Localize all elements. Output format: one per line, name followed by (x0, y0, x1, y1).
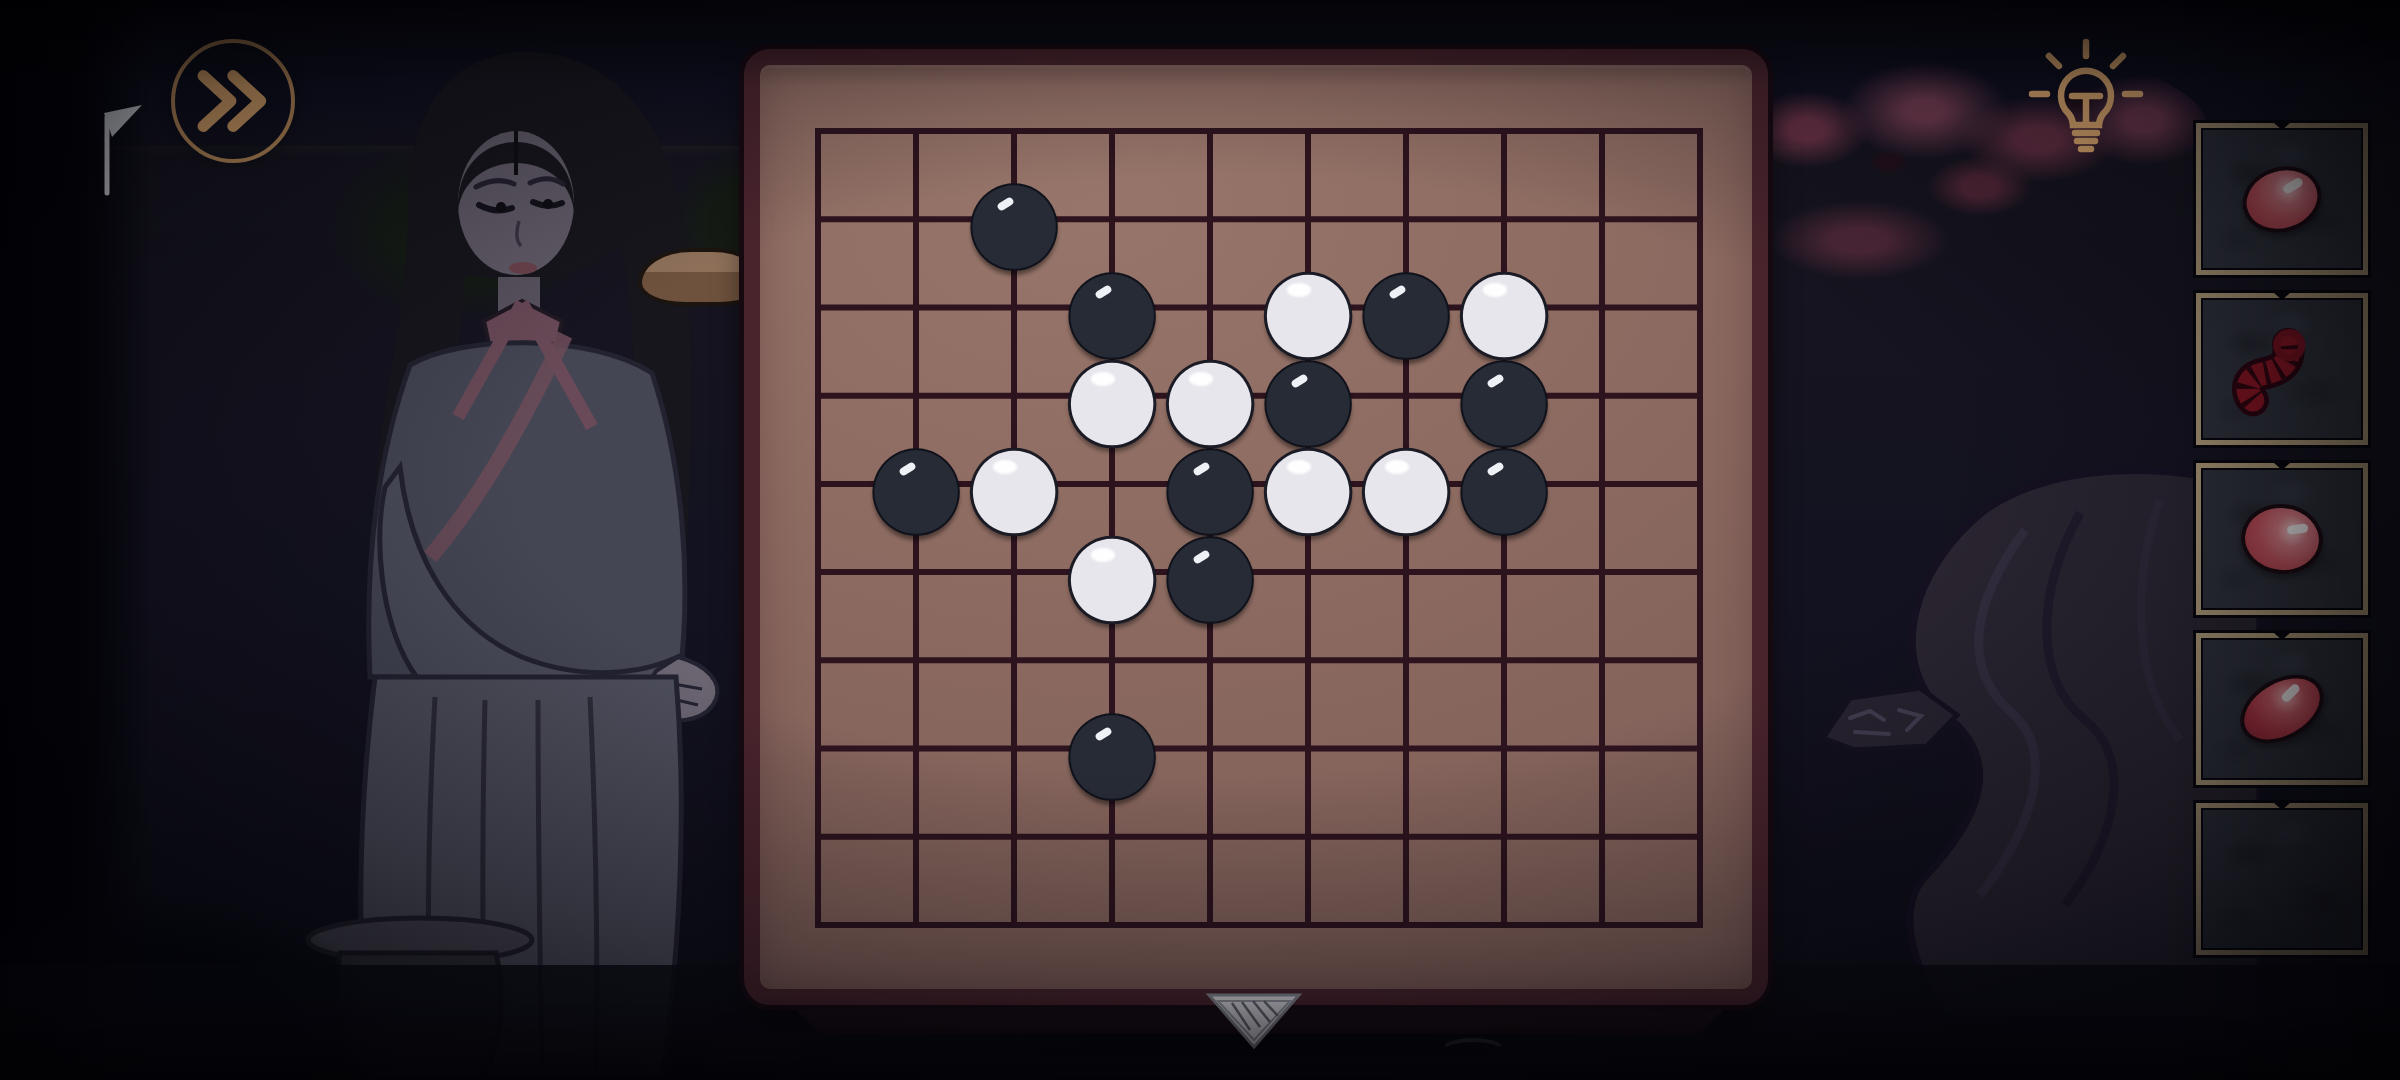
intersection-c3r9[interactable] (965, 793, 1063, 881)
black-stone[interactable]: ● (1063, 691, 1161, 803)
intersection-c10r3[interactable] (1651, 263, 1749, 351)
seated-woman[interactable] (260, 35, 800, 1080)
intersection-c2r5[interactable]: ● (867, 440, 965, 528)
double-chevron-right-icon (191, 65, 275, 137)
intersection-c7r3[interactable]: ● (1357, 263, 1455, 351)
intersection-c9r9[interactable] (1553, 793, 1651, 881)
intersection-c5r1[interactable] (1161, 87, 1259, 175)
intersection-c3r6[interactable] (965, 528, 1063, 616)
white-stone[interactable]: ● (1357, 426, 1455, 538)
intersection-c1r3[interactable] (769, 263, 867, 351)
intersection-c10r4[interactable] (1651, 352, 1749, 440)
intersection-c5r8[interactable] (1161, 705, 1259, 793)
intersection-c10r1[interactable] (1651, 87, 1749, 175)
intersection-c3r8[interactable] (965, 705, 1063, 793)
intersection-c6r1[interactable] (1259, 87, 1357, 175)
floor-bowl-rim (1440, 1038, 1506, 1064)
intersection-c2r7[interactable] (867, 616, 965, 704)
intersection-c10r8[interactable] (1651, 705, 1749, 793)
white-stone[interactable]: ● (1063, 338, 1161, 450)
intersection-c1r2[interactable] (769, 175, 867, 263)
lightbulb-hint-icon (2024, 34, 2148, 162)
black-stone[interactable]: ● (867, 426, 965, 538)
intersection-c1r6[interactable] (769, 528, 867, 616)
intersection-c7r1[interactable] (1357, 87, 1455, 175)
inscribed-rock[interactable] (1815, 680, 1965, 760)
intersection-c9r3[interactable] (1553, 263, 1651, 351)
black-stone[interactable]: ● (1161, 514, 1259, 626)
intersection-c4r8[interactable]: ● (1063, 705, 1161, 793)
intersection-c6r5[interactable]: ● (1259, 440, 1357, 528)
intersection-c1r7[interactable] (769, 616, 867, 704)
inventory-slot-2[interactable] (2196, 293, 2368, 445)
inventory-slot-4[interactable] (2196, 633, 2368, 785)
intersection-c8r9[interactable] (1455, 793, 1553, 881)
intersection-c1r8[interactable] (769, 705, 867, 793)
inventory (2196, 123, 2368, 955)
black-stone[interactable]: ● (1455, 426, 1553, 538)
intersection-c10r9[interactable] (1651, 793, 1749, 881)
inventory-slot-1[interactable] (2196, 123, 2368, 275)
white-flag-icon (100, 105, 160, 200)
intersection-c5r9[interactable] (1161, 793, 1259, 881)
intersection-c2r8[interactable] (867, 705, 965, 793)
intersection-c10r2[interactable] (1651, 175, 1749, 263)
intersection-c5r6[interactable]: ● (1161, 528, 1259, 616)
intersection-c7r7[interactable] (1357, 616, 1455, 704)
intersection-c1r10[interactable] (769, 881, 867, 969)
intersection-c10r5[interactable] (1651, 440, 1749, 528)
intersection-c1r9[interactable] (769, 793, 867, 881)
intersection-c6r8[interactable] (1259, 705, 1357, 793)
stone-grid: ●●●●●●●●●●●●●●●●●● (769, 87, 1749, 970)
inventory-slot-5[interactable] (2196, 803, 2368, 955)
white-stone[interactable]: ● (965, 426, 1063, 538)
intersection-c3r2[interactable]: ● (965, 175, 1063, 263)
intersection-c3r7[interactable] (965, 616, 1063, 704)
intersection-c9r1[interactable] (1553, 87, 1651, 175)
advance-down-triangle[interactable] (1204, 990, 1304, 1052)
intersection-c6r6[interactable] (1259, 528, 1357, 616)
black-stone[interactable]: ● (965, 161, 1063, 273)
hint-button[interactable] (2024, 34, 2148, 166)
intersection-c8r5[interactable]: ● (1455, 440, 1553, 528)
intersection-c7r6[interactable] (1357, 528, 1455, 616)
intersection-c4r6[interactable]: ● (1063, 528, 1161, 616)
red-stone-item[interactable] (2228, 661, 2336, 758)
intersection-c5r2[interactable] (1161, 175, 1259, 263)
white-stone[interactable]: ● (1063, 514, 1161, 626)
intersection-c1r4[interactable] (769, 352, 867, 440)
intersection-c2r10[interactable] (867, 881, 965, 969)
intersection-c10r7[interactable] (1651, 616, 1749, 704)
intersection-c8r8[interactable] (1455, 705, 1553, 793)
intersection-c7r9[interactable] (1357, 793, 1455, 881)
intersection-c1r1[interactable] (769, 87, 867, 175)
intersection-c5r7[interactable] (1161, 616, 1259, 704)
intersection-c9r5[interactable] (1553, 440, 1651, 528)
inventory-slot-3[interactable] (2196, 463, 2368, 615)
intersection-c8r10[interactable] (1455, 881, 1553, 969)
intersection-c6r9[interactable] (1259, 793, 1357, 881)
intersection-c4r10[interactable] (1063, 881, 1161, 969)
intersection-c2r2[interactable] (867, 175, 965, 263)
intersection-c2r9[interactable] (867, 793, 965, 881)
intersection-c7r5[interactable]: ● (1357, 440, 1455, 528)
intersection-c9r10[interactable] (1553, 881, 1651, 969)
skip-button[interactable] (171, 39, 295, 163)
intersection-c3r5[interactable]: ● (965, 440, 1063, 528)
intersection-c4r4[interactable]: ● (1063, 352, 1161, 440)
red-stone-item[interactable] (2234, 156, 2330, 242)
intersection-c9r4[interactable] (1553, 352, 1651, 440)
red-cord-item[interactable] (2230, 317, 2334, 421)
intersection-c8r7[interactable] (1455, 616, 1553, 704)
intersection-c10r10[interactable] (1651, 881, 1749, 969)
intersection-c9r7[interactable] (1553, 616, 1651, 704)
intersection-c10r6[interactable] (1651, 528, 1749, 616)
intersection-c2r3[interactable] (867, 263, 965, 351)
intersection-c4r9[interactable] (1063, 793, 1161, 881)
intersection-c2r6[interactable] (867, 528, 965, 616)
white-stone[interactable]: ● (1259, 426, 1357, 538)
intersection-c9r8[interactable] (1553, 705, 1651, 793)
intersection-c5r10[interactable] (1161, 881, 1259, 969)
intersection-c8r1[interactable] (1455, 87, 1553, 175)
red-stone-item[interactable] (2238, 500, 2327, 578)
pink-blossom-patch (1770, 200, 1950, 280)
intersection-c2r1[interactable] (867, 87, 965, 175)
intersection-c3r3[interactable] (965, 263, 1063, 351)
intersection-c6r10[interactable] (1259, 881, 1357, 969)
intersection-c4r1[interactable] (1063, 87, 1161, 175)
intersection-c8r6[interactable] (1455, 528, 1553, 616)
intersection-c1r5[interactable] (769, 440, 867, 528)
intersection-c9r6[interactable] (1553, 528, 1651, 616)
intersection-c3r10[interactable] (965, 881, 1063, 969)
intersection-c7r8[interactable] (1357, 705, 1455, 793)
intersection-c6r7[interactable] (1259, 616, 1357, 704)
intersection-c9r2[interactable] (1553, 175, 1651, 263)
intersection-c7r10[interactable] (1357, 881, 1455, 969)
black-stone[interactable]: ● (1357, 250, 1455, 362)
